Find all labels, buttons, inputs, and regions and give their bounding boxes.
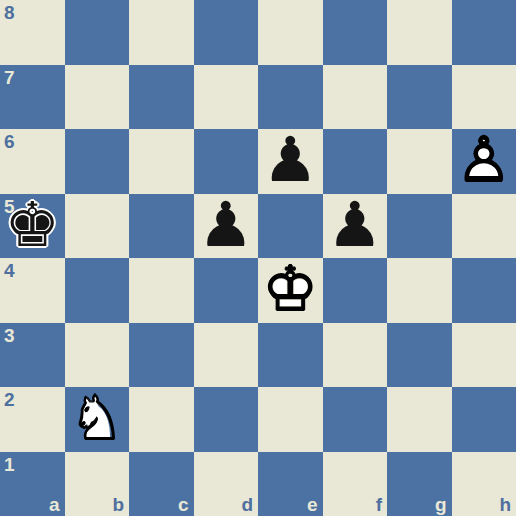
square-g2[interactable] bbox=[387, 387, 452, 452]
square-e5[interactable] bbox=[258, 194, 323, 259]
square-d4[interactable] bbox=[194, 258, 259, 323]
square-d5[interactable]: ♟ bbox=[194, 194, 259, 259]
square-c4[interactable] bbox=[129, 258, 194, 323]
square-g3[interactable] bbox=[387, 323, 452, 388]
file-label-d: d bbox=[241, 495, 253, 514]
square-e3[interactable] bbox=[258, 323, 323, 388]
square-a2[interactable]: 2 bbox=[0, 387, 65, 452]
square-g5[interactable] bbox=[387, 194, 452, 259]
square-c6[interactable] bbox=[129, 129, 194, 194]
square-h4[interactable] bbox=[452, 258, 516, 323]
rank-label-8: 8 bbox=[4, 3, 15, 22]
file-label-c: c bbox=[178, 495, 189, 514]
square-f2[interactable] bbox=[323, 387, 388, 452]
square-a4[interactable]: 4 bbox=[0, 258, 65, 323]
square-a7[interactable]: 7 bbox=[0, 65, 65, 130]
file-label-g: g bbox=[435, 495, 447, 514]
white-king-outline-glyph: ♔ bbox=[258, 257, 323, 322]
square-a8[interactable]: 8 bbox=[0, 0, 65, 65]
black-pawn-glyph: ♟ bbox=[323, 193, 388, 258]
square-h8[interactable] bbox=[452, 0, 516, 65]
rank-label-2: 2 bbox=[4, 390, 15, 409]
black-king-glyph: ♚ bbox=[0, 193, 65, 258]
square-d7[interactable] bbox=[194, 65, 259, 130]
square-f1[interactable]: f bbox=[323, 452, 388, 516]
square-c1[interactable]: c bbox=[129, 452, 194, 516]
square-d6[interactable] bbox=[194, 129, 259, 194]
piece-white-king[interactable]: ♚♔ bbox=[258, 258, 323, 323]
square-e4[interactable]: ♚♔ bbox=[258, 258, 323, 323]
square-c7[interactable] bbox=[129, 65, 194, 130]
square-a6[interactable]: 6 bbox=[0, 129, 65, 194]
square-a1[interactable]: 1a bbox=[0, 452, 65, 516]
square-d1[interactable]: d bbox=[194, 452, 259, 516]
rank-label-4: 4 bbox=[4, 261, 15, 280]
piece-black-king[interactable]: ♚ bbox=[0, 194, 65, 259]
chess-board: 876♟♟♙5♚♟♟4♚♔32♞♘1abcdefgh bbox=[0, 0, 516, 516]
square-g7[interactable] bbox=[387, 65, 452, 130]
square-c2[interactable] bbox=[129, 387, 194, 452]
square-a5[interactable]: 5♚ bbox=[0, 194, 65, 259]
rank-label-1: 1 bbox=[4, 455, 15, 474]
black-pawn-glyph: ♟ bbox=[194, 193, 259, 258]
square-e7[interactable] bbox=[258, 65, 323, 130]
piece-white-pawn[interactable]: ♟♙ bbox=[452, 129, 516, 194]
file-label-h: h bbox=[499, 495, 511, 514]
square-b2[interactable]: ♞♘ bbox=[65, 387, 130, 452]
file-label-f: f bbox=[376, 495, 382, 514]
piece-white-knight[interactable]: ♞♘ bbox=[65, 387, 130, 452]
white-knight-outline-glyph: ♘ bbox=[65, 386, 130, 451]
square-d2[interactable] bbox=[194, 387, 259, 452]
square-b7[interactable] bbox=[65, 65, 130, 130]
square-h3[interactable] bbox=[452, 323, 516, 388]
square-h2[interactable] bbox=[452, 387, 516, 452]
square-b1[interactable]: b bbox=[65, 452, 130, 516]
square-g4[interactable] bbox=[387, 258, 452, 323]
piece-black-pawn[interactable]: ♟ bbox=[194, 194, 259, 259]
file-label-e: e bbox=[307, 495, 318, 514]
square-b4[interactable] bbox=[65, 258, 130, 323]
square-f8[interactable] bbox=[323, 0, 388, 65]
square-b6[interactable] bbox=[65, 129, 130, 194]
rank-label-3: 3 bbox=[4, 326, 15, 345]
square-e6[interactable]: ♟ bbox=[258, 129, 323, 194]
white-pawn-outline-glyph: ♙ bbox=[452, 128, 516, 193]
square-h7[interactable] bbox=[452, 65, 516, 130]
square-c3[interactable] bbox=[129, 323, 194, 388]
black-pawn-glyph: ♟ bbox=[258, 128, 323, 193]
square-g6[interactable] bbox=[387, 129, 452, 194]
piece-black-pawn[interactable]: ♟ bbox=[323, 194, 388, 259]
square-a3[interactable]: 3 bbox=[0, 323, 65, 388]
square-g8[interactable] bbox=[387, 0, 452, 65]
square-f5[interactable]: ♟ bbox=[323, 194, 388, 259]
square-d8[interactable] bbox=[194, 0, 259, 65]
rank-label-6: 6 bbox=[4, 132, 15, 151]
square-f3[interactable] bbox=[323, 323, 388, 388]
square-e1[interactable]: e bbox=[258, 452, 323, 516]
square-e8[interactable] bbox=[258, 0, 323, 65]
square-b3[interactable] bbox=[65, 323, 130, 388]
square-b8[interactable] bbox=[65, 0, 130, 65]
square-c8[interactable] bbox=[129, 0, 194, 65]
square-c5[interactable] bbox=[129, 194, 194, 259]
square-f4[interactable] bbox=[323, 258, 388, 323]
square-h1[interactable]: h bbox=[452, 452, 516, 516]
square-b5[interactable] bbox=[65, 194, 130, 259]
file-label-b: b bbox=[112, 495, 124, 514]
rank-label-7: 7 bbox=[4, 68, 15, 87]
square-h5[interactable] bbox=[452, 194, 516, 259]
piece-black-pawn[interactable]: ♟ bbox=[258, 129, 323, 194]
file-label-a: a bbox=[49, 495, 60, 514]
square-e2[interactable] bbox=[258, 387, 323, 452]
square-f6[interactable] bbox=[323, 129, 388, 194]
square-d3[interactable] bbox=[194, 323, 259, 388]
square-h6[interactable]: ♟♙ bbox=[452, 129, 516, 194]
square-g1[interactable]: g bbox=[387, 452, 452, 516]
square-f7[interactable] bbox=[323, 65, 388, 130]
